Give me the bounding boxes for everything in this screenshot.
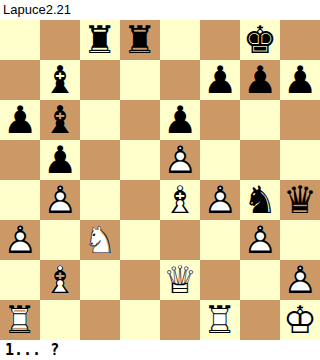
square-b1[interactable] <box>40 300 80 340</box>
square-g4[interactable]: ♞ <box>240 180 280 220</box>
piece-outline: ♔ <box>280 300 320 340</box>
square-h5[interactable] <box>280 140 320 180</box>
square-a5[interactable] <box>0 140 40 180</box>
square-g7[interactable]: ♟ <box>240 60 280 100</box>
piece-outline: ♗ <box>160 180 200 220</box>
square-f7[interactable]: ♟ <box>200 60 240 100</box>
square-b4[interactable]: ♟♙ <box>40 180 80 220</box>
square-d2[interactable] <box>120 260 160 300</box>
square-b8[interactable] <box>40 20 80 60</box>
piece-glyph: ♟ <box>40 140 80 180</box>
square-d6[interactable] <box>120 100 160 140</box>
chess-app-window: Lapuce2.21 ♜♜♚♝♟♟♟♟♝♟♟♟♙♟♙♝♗♟♙♞♛♟♙♞♘♟♙♝♗… <box>0 0 320 360</box>
piece-glyph: ♛ <box>280 180 320 220</box>
piece-white-pawn[interactable]: ♟♙ <box>240 220 280 260</box>
square-g5[interactable] <box>240 140 280 180</box>
piece-outline: ♙ <box>200 180 240 220</box>
square-e4[interactable]: ♝♗ <box>160 180 200 220</box>
piece-white-pawn[interactable]: ♟♙ <box>200 180 240 220</box>
square-c4[interactable] <box>80 180 120 220</box>
piece-black-pawn[interactable]: ♟ <box>280 60 320 100</box>
square-g6[interactable] <box>240 100 280 140</box>
piece-white-knight[interactable]: ♞♘ <box>80 220 120 260</box>
piece-black-queen[interactable]: ♛ <box>280 180 320 220</box>
square-h3[interactable] <box>280 220 320 260</box>
square-f4[interactable]: ♟♙ <box>200 180 240 220</box>
piece-outline: ♖ <box>200 300 240 340</box>
square-a2[interactable] <box>0 260 40 300</box>
piece-glyph: ♝ <box>40 60 80 100</box>
square-d8[interactable]: ♜ <box>120 20 160 60</box>
piece-glyph: ♜ <box>80 20 120 60</box>
piece-black-pawn[interactable]: ♟ <box>40 140 80 180</box>
piece-black-pawn[interactable]: ♟ <box>200 60 240 100</box>
square-h7[interactable]: ♟ <box>280 60 320 100</box>
piece-white-bishop[interactable]: ♝♗ <box>40 260 80 300</box>
piece-black-bishop[interactable]: ♝ <box>40 100 80 140</box>
square-g2[interactable] <box>240 260 280 300</box>
square-a1[interactable]: ♜♖ <box>0 300 40 340</box>
square-b2[interactable]: ♝♗ <box>40 260 80 300</box>
piece-white-pawn[interactable]: ♟♙ <box>160 140 200 180</box>
piece-glyph: ♟ <box>160 100 200 140</box>
square-f5[interactable] <box>200 140 240 180</box>
square-h8[interactable] <box>280 20 320 60</box>
square-c6[interactable] <box>80 100 120 140</box>
piece-white-queen[interactable]: ♛♕ <box>160 260 200 300</box>
piece-glyph: ♞ <box>240 180 280 220</box>
square-e1[interactable] <box>160 300 200 340</box>
square-c7[interactable] <box>80 60 120 100</box>
piece-glyph: ♟ <box>200 60 240 100</box>
piece-outline: ♙ <box>40 180 80 220</box>
square-c3[interactable]: ♞♘ <box>80 220 120 260</box>
piece-outline: ♗ <box>40 260 80 300</box>
square-e2[interactable]: ♛♕ <box>160 260 200 300</box>
piece-white-bishop[interactable]: ♝♗ <box>160 180 200 220</box>
square-h2[interactable]: ♟♙ <box>280 260 320 300</box>
square-e3[interactable] <box>160 220 200 260</box>
piece-black-rook[interactable]: ♜ <box>120 20 160 60</box>
square-f1[interactable]: ♜♖ <box>200 300 240 340</box>
square-g1[interactable] <box>240 300 280 340</box>
square-g8[interactable]: ♚ <box>240 20 280 60</box>
piece-outline: ♙ <box>240 220 280 260</box>
square-e5[interactable]: ♟♙ <box>160 140 200 180</box>
square-c1[interactable] <box>80 300 120 340</box>
square-f3[interactable] <box>200 220 240 260</box>
square-f8[interactable] <box>200 20 240 60</box>
piece-white-king[interactable]: ♚♔ <box>280 300 320 340</box>
piece-black-king[interactable]: ♚ <box>240 20 280 60</box>
piece-outline: ♙ <box>280 260 320 300</box>
square-b6[interactable]: ♝ <box>40 100 80 140</box>
square-b3[interactable] <box>40 220 80 260</box>
piece-outline: ♙ <box>0 220 40 260</box>
square-c2[interactable] <box>80 260 120 300</box>
square-c5[interactable] <box>80 140 120 180</box>
piece-white-pawn[interactable]: ♟♙ <box>280 260 320 300</box>
square-d4[interactable] <box>120 180 160 220</box>
piece-glyph: ♝ <box>40 100 80 140</box>
piece-outline: ♙ <box>160 140 200 180</box>
page-title: Lapuce2.21 <box>0 0 320 20</box>
square-d7[interactable] <box>120 60 160 100</box>
piece-black-pawn[interactable]: ♟ <box>160 100 200 140</box>
square-c8[interactable]: ♜ <box>80 20 120 60</box>
square-e8[interactable] <box>160 20 200 60</box>
piece-white-pawn[interactable]: ♟♙ <box>0 220 40 260</box>
square-b5[interactable]: ♟ <box>40 140 80 180</box>
square-f2[interactable] <box>200 260 240 300</box>
square-b7[interactable]: ♝ <box>40 60 80 100</box>
piece-white-rook[interactable]: ♜♖ <box>0 300 40 340</box>
piece-black-rook[interactable]: ♜ <box>80 20 120 60</box>
square-d3[interactable] <box>120 220 160 260</box>
square-d5[interactable] <box>120 140 160 180</box>
square-a7[interactable] <box>0 60 40 100</box>
piece-outline: ♕ <box>160 260 200 300</box>
piece-outline: ♖ <box>0 300 40 340</box>
piece-white-rook[interactable]: ♜♖ <box>200 300 240 340</box>
square-a8[interactable] <box>0 20 40 60</box>
piece-glyph: ♟ <box>240 60 280 100</box>
piece-glyph: ♚ <box>240 20 280 60</box>
piece-black-pawn[interactable]: ♟ <box>240 60 280 100</box>
chess-board: ♜♜♚♝♟♟♟♟♝♟♟♟♙♟♙♝♗♟♙♞♛♟♙♞♘♟♙♝♗♛♕♟♙♜♖♜♖♚♔ <box>0 20 320 340</box>
piece-black-knight[interactable]: ♞ <box>240 180 280 220</box>
piece-white-pawn[interactable]: ♟♙ <box>40 180 80 220</box>
square-e7[interactable] <box>160 60 200 100</box>
piece-glyph: ♜ <box>120 20 160 60</box>
square-h4[interactable]: ♛ <box>280 180 320 220</box>
piece-black-bishop[interactable]: ♝ <box>40 60 80 100</box>
square-f6[interactable] <box>200 100 240 140</box>
square-e6[interactable]: ♟ <box>160 100 200 140</box>
square-g3[interactable]: ♟♙ <box>240 220 280 260</box>
piece-outline: ♘ <box>80 220 120 260</box>
square-a4[interactable] <box>0 180 40 220</box>
square-h6[interactable] <box>280 100 320 140</box>
move-prompt: 1... ? <box>0 340 320 360</box>
square-h1[interactable]: ♚♔ <box>280 300 320 340</box>
piece-glyph: ♟ <box>280 60 320 100</box>
square-a6[interactable]: ♟ <box>0 100 40 140</box>
square-a3[interactable]: ♟♙ <box>0 220 40 260</box>
piece-glyph: ♟ <box>0 100 40 140</box>
square-d1[interactable] <box>120 300 160 340</box>
piece-black-pawn[interactable]: ♟ <box>0 100 40 140</box>
